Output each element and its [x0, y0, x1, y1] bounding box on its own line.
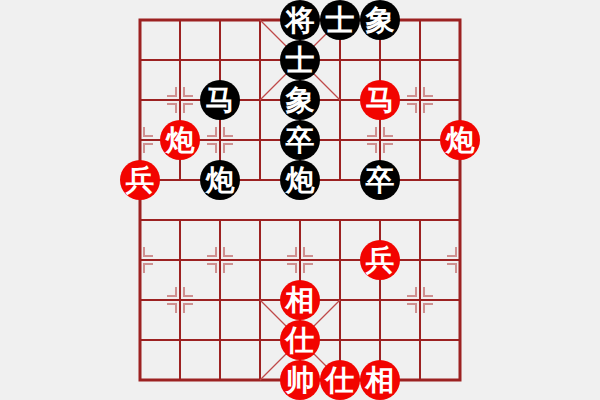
red-horse-piece[interactable]: 马	[360, 80, 400, 120]
red-elephant-piece[interactable]: 相	[360, 360, 400, 400]
black-general-piece[interactable]: 将	[280, 0, 320, 40]
red-soldier-piece[interactable]: 兵	[360, 240, 400, 280]
red-cannon-piece[interactable]: 炮	[160, 120, 200, 160]
black-elephant-piece[interactable]: 象	[360, 0, 400, 40]
black-cannon-piece[interactable]: 炮	[200, 160, 240, 200]
red-advisor-piece[interactable]: 仕	[320, 360, 360, 400]
black-cannon-piece[interactable]: 炮	[280, 160, 320, 200]
red-elephant-piece[interactable]: 相	[280, 280, 320, 320]
red-soldier-piece[interactable]: 兵	[120, 160, 160, 200]
red-general-piece[interactable]: 帅	[280, 360, 320, 400]
black-advisor-piece[interactable]: 士	[280, 40, 320, 80]
red-cannon-piece[interactable]: 炮	[440, 120, 480, 160]
xiangqi-board: 将士象士马象马炮卒炮兵炮炮卒兵相仕帅仕相	[0, 0, 600, 400]
black-advisor-piece[interactable]: 士	[320, 0, 360, 40]
black-soldier-piece[interactable]: 卒	[360, 160, 400, 200]
black-elephant-piece[interactable]: 象	[280, 80, 320, 120]
red-advisor-piece[interactable]: 仕	[280, 320, 320, 360]
board-grid: 将士象士马象马炮卒炮兵炮炮卒兵相仕帅仕相	[120, 0, 480, 400]
black-horse-piece[interactable]: 马	[200, 80, 240, 120]
black-soldier-piece[interactable]: 卒	[280, 120, 320, 160]
